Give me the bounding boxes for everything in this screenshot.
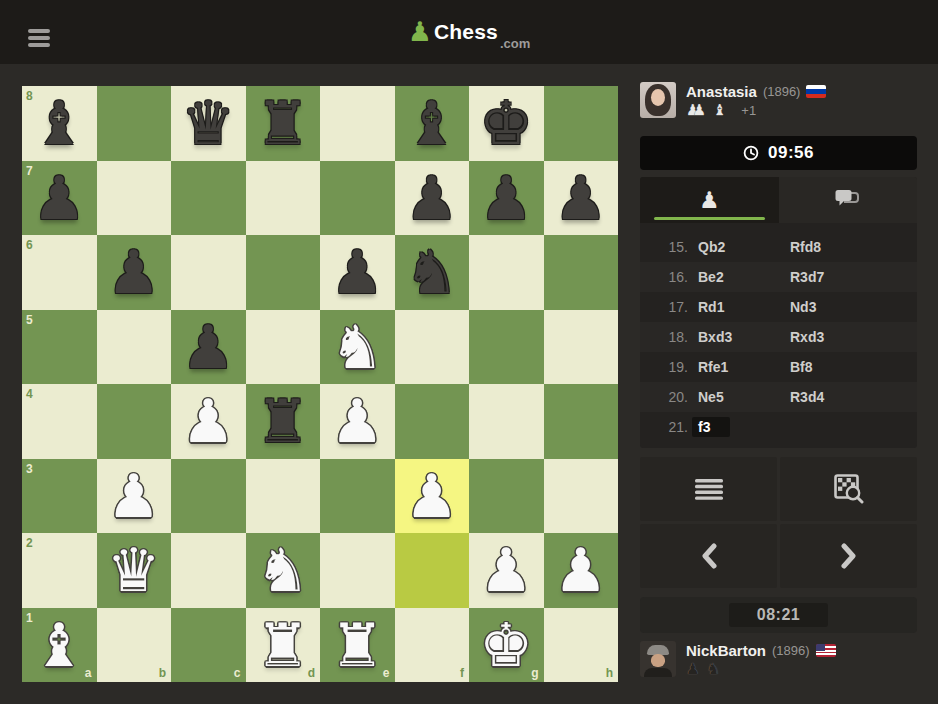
square-h7[interactable]: ♟: [544, 161, 619, 236]
move-white[interactable]: f3: [698, 417, 778, 437]
square-h3[interactable]: [544, 459, 619, 534]
square-b8[interactable]: [97, 86, 172, 161]
square-g7[interactable]: ♟: [469, 161, 544, 236]
square-e1[interactable]: ♜e: [320, 608, 395, 683]
piece-black-knight: ♞: [405, 242, 459, 302]
material-advantage: +1: [741, 103, 756, 118]
move-panel: ♟ 15.Qb2Rfd816.Be2R3d717.Rd1Nd318.Bxd3Rx…: [640, 177, 917, 448]
square-g8[interactable]: ♚: [469, 86, 544, 161]
move-white[interactable]: Rfe1: [698, 359, 778, 375]
sidebar: Anastasia (1896) ♟♟♝ +1 09:56: [640, 64, 917, 704]
file-label: f: [460, 666, 464, 680]
piece-white-knight: ♞: [330, 317, 384, 377]
piece-black-bishop: ♝: [32, 93, 86, 153]
back-button[interactable]: [640, 524, 777, 588]
file-label: h: [606, 666, 613, 680]
active-tab-underline: [654, 217, 765, 220]
square-d2[interactable]: ♞: [246, 533, 321, 608]
square-g1[interactable]: ♚g: [469, 608, 544, 683]
square-d4[interactable]: ♜: [246, 384, 321, 459]
square-c1[interactable]: c: [171, 608, 246, 683]
move-number: 16.: [640, 269, 698, 285]
square-a1[interactable]: ♝1a: [22, 608, 97, 683]
square-d7[interactable]: [246, 161, 321, 236]
square-e8[interactable]: [320, 86, 395, 161]
square-c3[interactable]: [171, 459, 246, 534]
piece-white-queen: ♛: [107, 540, 161, 600]
square-e2[interactable]: [320, 533, 395, 608]
avatar-nickbarton[interactable]: [640, 641, 676, 677]
file-label: d: [308, 666, 315, 680]
square-e4[interactable]: ♟: [320, 384, 395, 459]
move-number: 20.: [640, 389, 698, 405]
piece-white-rook: ♜: [330, 615, 384, 675]
russia-flag-icon: [806, 85, 826, 98]
rank-label: 1: [26, 611, 33, 625]
piece-black-pawn: ♟: [405, 168, 459, 228]
square-c6[interactable]: [171, 235, 246, 310]
move-number: 17.: [640, 299, 698, 315]
square-g4[interactable]: [469, 384, 544, 459]
move-number: 15.: [640, 239, 698, 255]
player-bottom: NickBarton (1896) ♟♞: [640, 641, 917, 677]
square-f7[interactable]: ♟: [395, 161, 470, 236]
square-c7[interactable]: [171, 161, 246, 236]
move-row[interactable]: 19.Rfe1Bf8: [640, 352, 917, 382]
usa-flag-icon: [816, 644, 836, 657]
piece-white-rook: ♜: [256, 615, 310, 675]
rank-label: 3: [26, 462, 33, 476]
square-f1[interactable]: f: [395, 608, 470, 683]
piece-black-pawn: ♟: [330, 242, 384, 302]
rank-label: 4: [26, 387, 33, 401]
move-number: 21.: [640, 419, 698, 435]
piece-white-pawn: ♟: [405, 466, 459, 526]
square-c5[interactable]: ♟: [171, 310, 246, 385]
move-white[interactable]: Bxd3: [698, 329, 778, 345]
game-screen: ♟Chess.com ♝8♛♜♝♚♟7♟♟♟6♟♟♞5♟♞4♟♜♟3♟♟2♛♞♟…: [0, 0, 938, 704]
file-label: g: [531, 666, 538, 680]
piece-black-pawn: ♟: [107, 242, 161, 302]
piece-white-pawn: ♟: [181, 391, 235, 451]
square-g3[interactable]: [469, 459, 544, 534]
square-a2[interactable]: 2: [22, 533, 97, 608]
tab-moves[interactable]: ♟: [640, 177, 779, 223]
square-b1[interactable]: b: [97, 608, 172, 683]
move-white[interactable]: Qb2: [698, 239, 778, 255]
square-f8[interactable]: ♝: [395, 86, 470, 161]
square-a3[interactable]: 3: [22, 459, 97, 534]
file-label: e: [383, 666, 390, 680]
rank-label: 7: [26, 164, 33, 178]
rank-label: 8: [26, 89, 33, 103]
clock-top: 09:56: [640, 136, 917, 170]
square-b4[interactable]: [97, 384, 172, 459]
square-f6[interactable]: ♞: [395, 235, 470, 310]
square-a4[interactable]: 4: [22, 384, 97, 459]
logo-text: Chess: [434, 20, 498, 44]
move-black[interactable]: R3d4: [790, 389, 870, 405]
move-list: 15.Qb2Rfd816.Be2R3d717.Rd1Nd318.Bxd3Rxd3…: [640, 223, 917, 442]
square-h2[interactable]: ♟: [544, 533, 619, 608]
logo-suffix: .com: [500, 36, 530, 64]
square-c4[interactable]: ♟: [171, 384, 246, 459]
rank-label: 6: [26, 238, 33, 252]
piece-black-king: ♚: [479, 93, 533, 153]
square-e7[interactable]: [320, 161, 395, 236]
square-a6[interactable]: 6: [22, 235, 97, 310]
square-a7[interactable]: ♟7: [22, 161, 97, 236]
square-a5[interactable]: 5: [22, 310, 97, 385]
move-black[interactable]: Rfd8: [790, 239, 870, 255]
square-b7[interactable]: [97, 161, 172, 236]
clock-bottom: 08:21: [640, 597, 917, 633]
piece-black-queen: ♛: [181, 93, 235, 153]
piece-white-pawn: ♟: [479, 540, 533, 600]
move-row[interactable]: 20.Ne5R3d4: [640, 382, 917, 412]
move-number: 19.: [640, 359, 698, 375]
move-white[interactable]: Ne5: [698, 389, 778, 405]
move-row[interactable]: 17.Rd1Nd3: [640, 292, 917, 322]
square-h4[interactable]: [544, 384, 619, 459]
clock-top-time: 09:56: [768, 143, 814, 163]
tab-chat[interactable]: [779, 177, 918, 223]
chevron-right-icon: [840, 543, 858, 569]
square-d6[interactable]: [246, 235, 321, 310]
player-bottom-name[interactable]: NickBarton: [686, 642, 766, 659]
square-e6[interactable]: ♟: [320, 235, 395, 310]
move-white[interactable]: Rd1: [698, 299, 778, 315]
analysis-button[interactable]: [780, 457, 917, 521]
square-g6[interactable]: [469, 235, 544, 310]
chess-board[interactable]: ♝8♛♜♝♚♟7♟♟♟6♟♟♞5♟♞4♟♜♟3♟♟2♛♞♟♟♝1abc♜d♜ef…: [22, 86, 618, 682]
square-h6[interactable]: [544, 235, 619, 310]
move-row[interactable]: 16.Be2R3d7: [640, 262, 917, 292]
piece-black-pawn: ♟: [554, 168, 608, 228]
piece-white-king: ♚: [479, 615, 533, 675]
square-h8[interactable]: [544, 86, 619, 161]
move-row[interactable]: 21.f3: [640, 412, 917, 442]
square-h1[interactable]: h: [544, 608, 619, 683]
piece-black-bishop: ♝: [405, 93, 459, 153]
piece-white-knight: ♞: [256, 540, 310, 600]
square-g5[interactable]: [469, 310, 544, 385]
avatar-anastasia[interactable]: [640, 82, 676, 118]
chevron-left-icon: [700, 543, 718, 569]
controls: [640, 457, 917, 588]
square-g2[interactable]: ♟: [469, 533, 544, 608]
rank-label: 5: [26, 313, 33, 327]
player-top-name[interactable]: Anastasia: [686, 83, 757, 100]
square-a8[interactable]: ♝8: [22, 86, 97, 161]
clock-icon: [743, 145, 759, 161]
player-top: Anastasia (1896) ♟♟♝ +1: [640, 82, 917, 118]
move-black[interactable]: Rxd3: [790, 329, 870, 345]
piece-black-rook: ♜: [256, 93, 310, 153]
piece-black-pawn: ♟: [32, 168, 86, 228]
board-search-icon: [834, 474, 864, 504]
square-d3[interactable]: [246, 459, 321, 534]
forward-button[interactable]: [780, 524, 917, 588]
logo-pawn-icon: ♟: [408, 18, 432, 45]
square-f5[interactable]: [395, 310, 470, 385]
piece-white-pawn: ♟: [107, 466, 161, 526]
pawn-icon: ♟: [699, 189, 720, 212]
piece-white-pawn: ♟: [554, 540, 608, 600]
square-e3[interactable]: [320, 459, 395, 534]
piece-black-pawn: ♟: [479, 168, 533, 228]
square-d5[interactable]: [246, 310, 321, 385]
move-list-button[interactable]: [640, 457, 777, 521]
square-b2[interactable]: ♛: [97, 533, 172, 608]
chesscom-logo[interactable]: ♟Chess.com: [0, 0, 938, 64]
square-c2[interactable]: [171, 533, 246, 608]
chat-icon: [835, 189, 861, 211]
square-f3[interactable]: ♟: [395, 459, 470, 534]
rank-label: 2: [26, 536, 33, 550]
file-label: a: [85, 666, 92, 680]
piece-white-pawn: ♟: [330, 391, 384, 451]
top-bar: ♟Chess.com: [0, 0, 938, 64]
player-bottom-rating: (1896): [772, 643, 810, 658]
current-move[interactable]: f3: [692, 417, 730, 437]
player-top-rating: (1896): [763, 84, 801, 99]
list-icon: [695, 479, 723, 500]
move-black[interactable]: Nd3: [790, 299, 870, 315]
file-label: b: [159, 666, 166, 680]
piece-black-pawn: ♟: [181, 317, 235, 377]
move-number: 18.: [640, 329, 698, 345]
square-b5[interactable]: [97, 310, 172, 385]
square-f4[interactable]: [395, 384, 470, 459]
square-e5[interactable]: ♞: [320, 310, 395, 385]
clock-bottom-time: 08:21: [757, 606, 800, 623]
move-black[interactable]: Bf8: [790, 359, 870, 375]
move-row[interactable]: 18.Bxd3Rxd3: [640, 322, 917, 352]
move-row[interactable]: 15.Qb2Rfd8: [640, 232, 917, 262]
square-d8[interactable]: ♜: [246, 86, 321, 161]
square-b6[interactable]: ♟: [97, 235, 172, 310]
square-f2[interactable]: [395, 533, 470, 608]
move-black[interactable]: R3d7: [790, 269, 870, 285]
move-white[interactable]: Be2: [698, 269, 778, 285]
captured-pieces-bottom: ♟♞: [686, 662, 720, 676]
piece-black-rook: ♜: [256, 391, 310, 451]
piece-white-bishop: ♝: [32, 615, 86, 675]
file-label: c: [234, 666, 241, 680]
square-h5[interactable]: [544, 310, 619, 385]
square-b3[interactable]: ♟: [97, 459, 172, 534]
square-c8[interactable]: ♛: [171, 86, 246, 161]
captured-pieces-top: ♟♟♝: [686, 103, 726, 117]
square-d1[interactable]: ♜d: [246, 608, 321, 683]
